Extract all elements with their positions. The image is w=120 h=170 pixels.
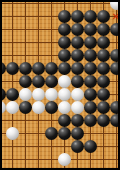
black-stone[interactable] — [97, 88, 110, 101]
black-stone[interactable] — [19, 62, 32, 75]
black-stone[interactable] — [84, 23, 97, 36]
white-stone[interactable] — [58, 153, 71, 166]
black-stone[interactable] — [58, 23, 71, 36]
black-stone[interactable] — [97, 114, 110, 127]
black-stone[interactable] — [58, 127, 71, 140]
black-stone[interactable] — [84, 101, 97, 114]
black-stone[interactable] — [97, 10, 110, 23]
black-stone[interactable] — [2, 62, 6, 75]
white-stone[interactable] — [32, 101, 45, 114]
white-stone[interactable] — [71, 88, 84, 101]
black-stone[interactable] — [71, 62, 84, 75]
black-stone[interactable] — [71, 127, 84, 140]
black-stone[interactable] — [32, 75, 45, 88]
black-stone[interactable] — [97, 36, 110, 49]
black-stone[interactable] — [71, 36, 84, 49]
black-stone[interactable] — [19, 75, 32, 88]
black-stone[interactable] — [45, 127, 58, 140]
white-stone[interactable] — [19, 88, 32, 101]
white-stone[interactable] — [71, 101, 84, 114]
go-board[interactable]: ✕ — [2, 2, 118, 168]
black-stone[interactable] — [110, 49, 119, 62]
black-stone[interactable] — [97, 101, 110, 114]
black-stone[interactable] — [84, 114, 97, 127]
black-stone[interactable] — [58, 114, 71, 127]
white-stone[interactable] — [45, 88, 58, 101]
black-stone[interactable] — [110, 114, 119, 127]
black-stone[interactable] — [45, 75, 58, 88]
black-stone[interactable] — [6, 88, 19, 101]
black-stone[interactable] — [97, 75, 110, 88]
black-stone[interactable] — [6, 62, 19, 75]
black-stone[interactable] — [71, 140, 84, 153]
black-stone[interactable] — [84, 49, 97, 62]
black-stone[interactable] — [19, 101, 32, 114]
white-stone[interactable] — [2, 101, 6, 114]
white-stone[interactable] — [6, 101, 19, 114]
black-stone[interactable] — [84, 75, 97, 88]
black-stone[interactable] — [71, 10, 84, 23]
white-stone[interactable] — [58, 75, 71, 88]
black-stone[interactable] — [110, 101, 119, 114]
black-stone[interactable] — [2, 88, 6, 101]
black-stone[interactable] — [110, 23, 119, 36]
black-stone[interactable] — [97, 23, 110, 36]
black-stone[interactable] — [58, 62, 71, 75]
black-stone[interactable] — [45, 101, 58, 114]
black-stone[interactable] — [84, 10, 97, 23]
black-stone[interactable] — [97, 49, 110, 62]
black-stone[interactable] — [97, 62, 110, 75]
black-stone[interactable] — [84, 140, 97, 153]
black-stone[interactable] — [71, 23, 84, 36]
white-stone[interactable] — [32, 88, 45, 101]
black-stone[interactable] — [84, 88, 97, 101]
white-stone[interactable] — [58, 101, 71, 114]
white-stone[interactable] — [6, 127, 19, 140]
white-stone[interactable] — [58, 88, 71, 101]
black-stone[interactable] — [84, 36, 97, 49]
red-x-marker-icon: ✕ — [110, 10, 119, 23]
black-stone[interactable] — [84, 62, 97, 75]
black-stone[interactable] — [110, 62, 119, 75]
black-stone[interactable] — [71, 49, 84, 62]
black-stone[interactable] — [71, 75, 84, 88]
black-stone[interactable] — [45, 62, 58, 75]
go-board-frame: ✕ — [0, 0, 120, 170]
black-stone[interactable] — [58, 49, 71, 62]
black-stone[interactable] — [71, 114, 84, 127]
black-stone[interactable] — [58, 36, 71, 49]
black-stone[interactable] — [58, 10, 71, 23]
white-stone[interactable] — [110, 2, 119, 10]
black-stone[interactable] — [32, 62, 45, 75]
